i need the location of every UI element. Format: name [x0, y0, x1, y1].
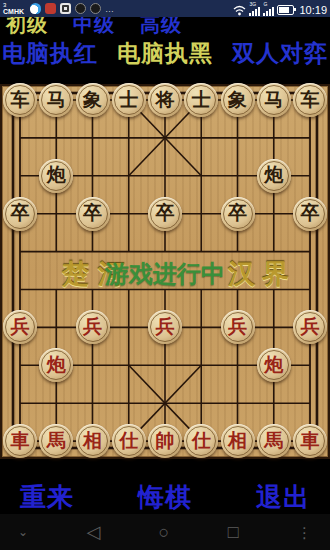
piece-char: 炮 [47, 165, 66, 184]
piece-black-卒[interactable]: 卒 [3, 197, 37, 231]
piece-red-仕[interactable]: 仕 [112, 424, 146, 458]
piece-char: 卒 [83, 203, 102, 222]
piece-char: 卒 [301, 203, 320, 222]
menu-item-computer-red[interactable]: 电脑执红 [2, 38, 98, 69]
piece-char: 炮 [264, 165, 283, 184]
piece-black-将[interactable]: 将 [148, 83, 182, 117]
app-notification-icon [45, 3, 56, 14]
menu-item-intermediate[interactable]: 中级 [73, 17, 115, 37]
app-screen: 3 CMHK … 3G G 10:1 [0, 0, 330, 550]
piece-char: 兵 [301, 317, 320, 336]
piece-char: 車 [301, 431, 320, 450]
carrier-label: 3 CMHK [3, 2, 24, 15]
piece-char: 馬 [47, 431, 66, 450]
status-bar-right: 3G G 10:19 [233, 2, 330, 16]
piece-char: 卒 [156, 203, 175, 222]
menu-item-computer-black[interactable]: 电脑执黑 [117, 38, 213, 69]
piece-black-马[interactable]: 马 [257, 83, 291, 117]
signal-3g-label: 3G [249, 1, 256, 7]
piece-char: 車 [11, 431, 30, 450]
piece-char: 士 [192, 90, 211, 109]
piece-char: 马 [47, 90, 66, 109]
piece-black-卒[interactable]: 卒 [76, 197, 110, 231]
game-buttons: 重来 悔棋 退出 [0, 480, 330, 514]
piece-char: 相 [228, 431, 247, 450]
piece-black-卒[interactable]: 卒 [293, 197, 327, 231]
piece-char: 兵 [11, 317, 30, 336]
record-notification-icon [75, 3, 86, 14]
piece-red-馬[interactable]: 馬 [257, 424, 291, 458]
piece-char: 车 [301, 90, 320, 109]
piece-black-马[interactable]: 马 [39, 83, 73, 117]
piece-char: 卒 [11, 203, 30, 222]
recents-icon[interactable]: □ [228, 523, 239, 541]
piece-black-象[interactable]: 象 [76, 83, 110, 117]
signal-3g-icon: 3G [249, 2, 260, 16]
piece-char: 象 [83, 90, 102, 109]
back-icon[interactable]: ◁ [86, 523, 100, 541]
hide-navbar-icon[interactable]: ⌄ [18, 526, 28, 538]
piece-black-卒[interactable]: 卒 [148, 197, 182, 231]
signal-g-label: G [263, 1, 267, 7]
piece-char: 炮 [47, 355, 66, 374]
clock-time: 10:19 [299, 4, 327, 16]
camera-notification-icon [90, 3, 101, 14]
piece-char: 士 [119, 90, 138, 109]
piece-char: 炮 [264, 355, 283, 374]
piece-char: 象 [228, 90, 247, 109]
piece-char: 马 [264, 90, 283, 109]
piece-red-兵[interactable]: 兵 [221, 310, 255, 344]
piece-red-車[interactable]: 車 [3, 424, 37, 458]
wifi-icon [233, 5, 246, 16]
piece-char: 将 [156, 90, 175, 109]
xiangqi-board[interactable]: 楚 河 汉 界 游戏进行中 车马象士将士象马车炮炮卒卒卒卒卒兵兵兵兵兵炮炮車馬相… [0, 84, 330, 459]
mode-menu: 电脑执红 电脑执黑 双人对弈 [0, 38, 330, 68]
difficulty-menu: 初级 中级 高级 [0, 17, 330, 38]
piece-red-帥[interactable]: 帥 [148, 424, 182, 458]
piece-char: 兵 [83, 317, 102, 336]
piece-red-兵[interactable]: 兵 [76, 310, 110, 344]
piece-red-相[interactable]: 相 [76, 424, 110, 458]
menu-item-advanced[interactable]: 高级 [140, 17, 182, 37]
message-notification-icon [60, 3, 71, 14]
status-bar-left: 3 CMHK … [0, 2, 233, 15]
menu-item-beginner[interactable]: 初级 [6, 17, 48, 37]
home-icon[interactable]: ○ [159, 523, 170, 541]
piece-black-车[interactable]: 车 [293, 83, 327, 117]
menu-overflow-icon[interactable]: ⋮ [297, 525, 312, 540]
exit-button[interactable]: 退出 [256, 480, 310, 515]
piece-black-炮[interactable]: 炮 [257, 159, 291, 193]
piece-black-炮[interactable]: 炮 [39, 159, 73, 193]
piece-char: 仕 [119, 431, 138, 450]
restart-button[interactable]: 重来 [20, 480, 74, 515]
piece-black-卒[interactable]: 卒 [221, 197, 255, 231]
menu-item-two-player[interactable]: 双人对弈 [232, 38, 328, 69]
piece-red-相[interactable]: 相 [221, 424, 255, 458]
game-status-text: 游戏进行中 [0, 258, 330, 290]
piece-black-士[interactable]: 士 [184, 83, 218, 117]
status-bar: 3 CMHK … 3G G 10:1 [0, 0, 330, 17]
carrier-name: CMHK [3, 8, 24, 15]
weather-notification-icon [30, 3, 41, 14]
undo-button[interactable]: 悔棋 [138, 480, 192, 515]
piece-char: 车 [11, 90, 30, 109]
battery-icon [277, 5, 294, 15]
piece-black-象[interactable]: 象 [221, 83, 255, 117]
signal-g-icon: G [263, 2, 274, 16]
piece-black-士[interactable]: 士 [112, 83, 146, 117]
piece-char: 馬 [264, 431, 283, 450]
piece-red-車[interactable]: 車 [293, 424, 327, 458]
android-nav-bar: ⌄ ◁ ○ □ ⋮ [0, 514, 330, 550]
more-notifications-icon: … [105, 4, 115, 14]
piece-char: 兵 [156, 317, 175, 336]
piece-black-车[interactable]: 车 [3, 83, 37, 117]
piece-red-炮[interactable]: 炮 [257, 348, 291, 382]
piece-char: 相 [83, 431, 102, 450]
piece-char: 仕 [192, 431, 211, 450]
piece-char: 卒 [228, 203, 247, 222]
piece-char: 帥 [156, 431, 175, 450]
piece-char: 兵 [228, 317, 247, 336]
